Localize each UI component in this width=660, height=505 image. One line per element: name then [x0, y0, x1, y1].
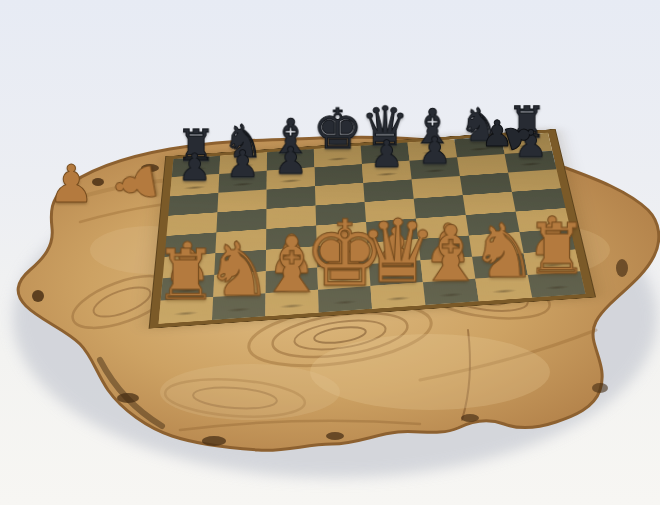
photo-stage: ♜♞♝♚♛♝♞♜♟♟♟♟♟♟♟♟♟♟♟♟♜♞♝♚♛♝♞♜ ♟ ♟ ♟ ♟ [0, 0, 660, 505]
square-a6 [168, 193, 218, 216]
square-g7 [457, 154, 508, 176]
board-scene: ♜♞♝♚♛♝♞♜♟♟♟♟♟♟♟♟♟♟♟♟♜♞♝♚♛♝♞♜ [158, 14, 574, 430]
piece-black-pawn: ♟ [370, 135, 404, 173]
chess-board: ♜♞♝♚♛♝♞♜♟♟♟♟♟♟♟♟♟♟♟♟♜♞♝♚♛♝♞♜ [150, 129, 595, 328]
piece-black-king: ♚ [313, 101, 363, 157]
piece-black-pawn: ♟ [418, 132, 452, 170]
square-h1: ♜ [528, 271, 586, 297]
square-g1: ♞ [475, 275, 532, 301]
piece-white-rook: ♜ [525, 215, 588, 285]
square-c7: ♟ [267, 167, 315, 189]
piece-black-pawn: ♟ [178, 149, 212, 187]
piece-black-pawn: ♟ [274, 142, 308, 180]
offboard-white-pawn-standing: ♟ [48, 158, 95, 210]
piece-black-pawn: ♟ [226, 145, 260, 183]
offboard-white-pawn-lying: ♟ [106, 157, 165, 212]
